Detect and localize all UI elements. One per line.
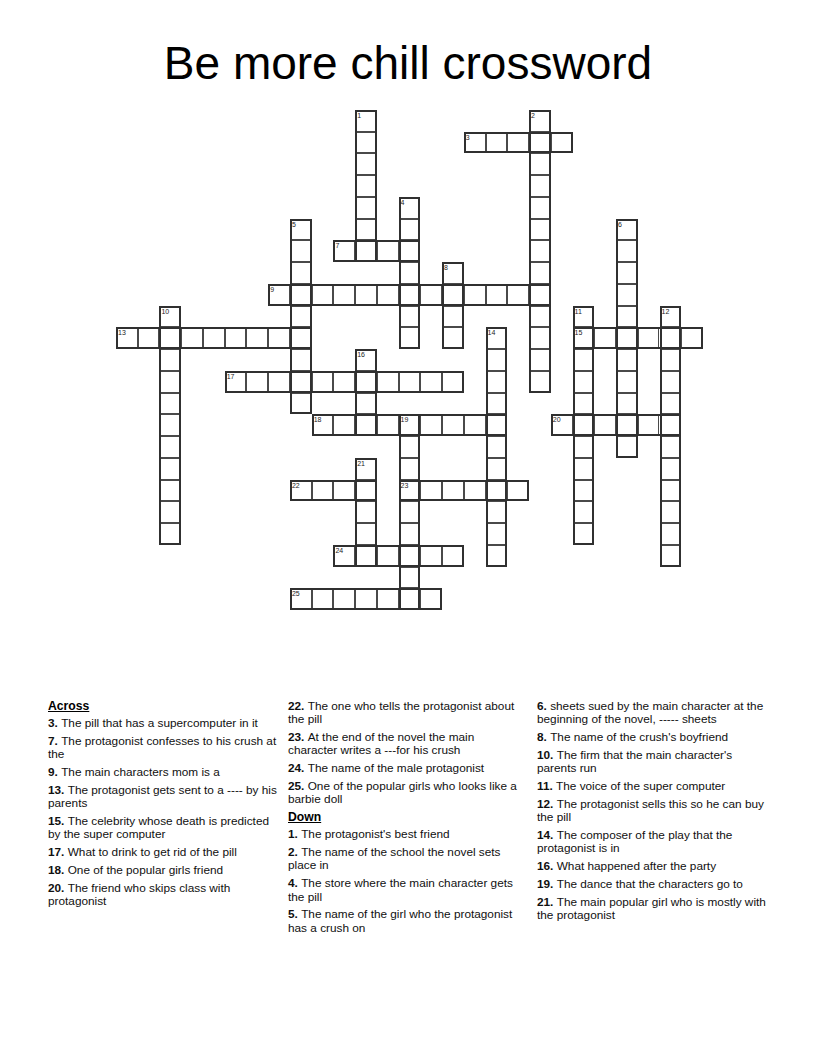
grid-cell[interactable] [399, 371, 421, 393]
grid-cell[interactable] [616, 284, 638, 306]
grid-cell[interactable] [551, 132, 573, 154]
grid-cell[interactable] [486, 284, 508, 306]
grid-cell[interactable] [399, 501, 421, 523]
clue-across-13: 13. The protagonist gets sent to a ---- … [48, 784, 278, 811]
grid-cell[interactable] [355, 284, 377, 306]
grid-cell[interactable] [442, 327, 464, 349]
grid-cell[interactable] [290, 371, 312, 393]
grid-cell[interactable] [616, 327, 638, 349]
grid-cell[interactable] [529, 284, 551, 306]
grid-cell[interactable] [420, 480, 442, 502]
grid-cell[interactable] [355, 175, 377, 197]
clue-down-8: 8. The name of the crush's boyfriend [537, 731, 767, 744]
clue-down-4: 4. The store where the main character ge… [288, 877, 518, 904]
grid-cell[interactable] [290, 349, 312, 371]
clue-column-3: 6. sheets sued by the main character at … [537, 700, 767, 927]
grid-cell[interactable] [399, 327, 421, 349]
grid-cell[interactable] [660, 545, 682, 567]
grid-cell[interactable] [399, 306, 421, 328]
grid-cell[interactable] [616, 436, 638, 458]
clue-across-22: 22. The one who tells the protagonist ab… [288, 700, 518, 727]
grid-cell[interactable] [529, 153, 551, 175]
grid-cell[interactable] [507, 480, 529, 502]
clue-number-label: 20. [48, 881, 68, 895]
grid-cell[interactable] [442, 371, 464, 393]
grid-cell[interactable] [420, 414, 442, 436]
grid-cell[interactable] [573, 501, 595, 523]
grid-cell[interactable] [573, 436, 595, 458]
grid-cell[interactable] [355, 414, 377, 436]
grid-cell[interactable] [660, 414, 682, 436]
grid-cell[interactable] [486, 436, 508, 458]
clue-column-1: Across3. The pill that has a supercomput… [48, 700, 278, 913]
grid-cell[interactable] [573, 458, 595, 480]
grid-cell[interactable] [159, 436, 181, 458]
grid-cell[interactable] [594, 414, 616, 436]
grid-cell[interactable] [246, 371, 268, 393]
grid-cell[interactable] [660, 501, 682, 523]
cell-number-4: 4 [401, 199, 405, 206]
grid-cell[interactable] [442, 284, 464, 306]
grid-cell[interactable] [529, 219, 551, 241]
clue-down-16: 16. What happened after the party [537, 860, 767, 873]
grid-cell[interactable] [290, 284, 312, 306]
grid-cell[interactable] [507, 284, 529, 306]
clue-number-label: 15. [48, 814, 68, 828]
clue-down-12: 12. The protagonist sells this so he can… [537, 798, 767, 825]
grid-cell[interactable] [529, 371, 551, 393]
clue-number-label: 3. [48, 716, 61, 730]
grid-cell[interactable] [573, 349, 595, 371]
grid-cell[interactable] [442, 414, 464, 436]
cell-number-8: 8 [444, 264, 448, 271]
grid-cell[interactable] [616, 349, 638, 371]
grid-cell[interactable] [355, 371, 377, 393]
grid-cell[interactable] [355, 480, 377, 502]
clue-number-label: 5. [288, 907, 301, 921]
cell-number-13: 13 [118, 329, 126, 336]
clue-across-9: 9. The main characters mom is a [48, 766, 278, 779]
grid-cell[interactable] [290, 240, 312, 262]
grid-cell[interactable] [312, 480, 334, 502]
grid-cell[interactable] [486, 480, 508, 502]
grid-cell[interactable] [616, 306, 638, 328]
grid-cell[interactable] [573, 480, 595, 502]
clue-across-23: 23. At the end of the novel the main cha… [288, 731, 518, 758]
grid-cell[interactable] [486, 545, 508, 567]
cell-number-2: 2 [531, 112, 535, 119]
clue-number-label: 18. [48, 863, 68, 877]
clue-down-5: 5. The name of the girl who the protagon… [288, 908, 518, 935]
cell-number-15: 15 [575, 329, 583, 336]
grid-cell[interactable] [660, 349, 682, 371]
cell-number-19: 19 [401, 416, 409, 423]
grid-cell[interactable] [333, 371, 355, 393]
grid-cell[interactable] [290, 393, 312, 415]
grid-cell[interactable] [573, 414, 595, 436]
clue-down-10: 10. The firm that the main character's p… [537, 749, 767, 776]
clue-number-label: 13. [48, 783, 68, 797]
grid-cell[interactable] [420, 371, 442, 393]
grid-cell[interactable] [616, 371, 638, 393]
grid-cell[interactable] [464, 480, 486, 502]
grid-cell[interactable] [529, 327, 551, 349]
grid-cell[interactable] [333, 588, 355, 610]
grid-cell[interactable] [573, 393, 595, 415]
grid-cell[interactable] [355, 523, 377, 545]
grid-cell[interactable] [529, 175, 551, 197]
clue-down-19: 19. The dance that the characters go to [537, 878, 767, 891]
grid-cell[interactable] [333, 284, 355, 306]
grid-cell[interactable] [355, 545, 377, 567]
grid-cell[interactable] [616, 393, 638, 415]
cell-number-14: 14 [488, 329, 496, 336]
cell-number-1: 1 [357, 112, 361, 119]
grid-cell[interactable] [529, 132, 551, 154]
cell-number-24: 24 [335, 547, 343, 554]
cell-number-20: 20 [553, 416, 561, 423]
clue-number-label: 7. [48, 734, 61, 748]
clue-across-15: 15. The celebrity whose death is predict… [48, 815, 278, 842]
grid-cell[interactable] [225, 327, 247, 349]
grid-cell[interactable] [529, 262, 551, 284]
grid-cell[interactable] [399, 588, 421, 610]
grid-cell[interactable] [486, 523, 508, 545]
grid-cell[interactable] [312, 284, 334, 306]
grid-cell[interactable] [312, 371, 334, 393]
clue-number-label: 11. [537, 779, 556, 793]
grid-cell[interactable] [355, 219, 377, 241]
clue-across-7: 7. The protagonist confesses to his crus… [48, 735, 278, 762]
grid-cell[interactable] [399, 458, 421, 480]
grid-cell[interactable] [399, 219, 421, 241]
grid-cell[interactable] [486, 414, 508, 436]
cell-number-25: 25 [292, 590, 300, 597]
grid-cell[interactable] [333, 414, 355, 436]
grid-cell[interactable] [486, 458, 508, 480]
clue-number-label: 22. [288, 699, 308, 713]
grid-cell[interactable] [660, 480, 682, 502]
clue-across-25: 25. One of the popular girls who looks l… [288, 780, 518, 807]
clue-column-2: 22. The one who tells the protagonist ab… [288, 700, 518, 939]
cell-number-9: 9 [270, 286, 274, 293]
grid-cell[interactable] [681, 327, 703, 349]
grid-cell[interactable] [203, 327, 225, 349]
grid-cell[interactable] [507, 132, 529, 154]
cell-number-10: 10 [161, 308, 169, 315]
grid-cell[interactable] [442, 480, 464, 502]
grid-cell[interactable] [660, 523, 682, 545]
grid-cell[interactable] [268, 327, 290, 349]
clue-number-label: 8. [537, 730, 550, 744]
grid-cell[interactable] [399, 284, 421, 306]
cell-number-12: 12 [662, 308, 670, 315]
clue-number-label: 21. [537, 895, 557, 909]
grid-cell[interactable] [355, 588, 377, 610]
cell-number-6: 6 [618, 221, 622, 228]
grid-cell[interactable] [420, 284, 442, 306]
page-title: Be more chill crossword [0, 36, 816, 90]
grid-cell[interactable] [159, 458, 181, 480]
clue-down-11: 11. The voice of the super computer [537, 780, 767, 793]
grid-cell[interactable] [529, 197, 551, 219]
grid-cell[interactable] [638, 414, 660, 436]
grid-cell[interactable] [355, 132, 377, 154]
grid-cell[interactable] [290, 306, 312, 328]
grid-cell[interactable] [181, 327, 203, 349]
grid-cell[interactable] [442, 306, 464, 328]
grid-cell[interactable] [159, 414, 181, 436]
clue-section-header-across: Across [48, 700, 278, 713]
clue-number-label: 12. [537, 797, 557, 811]
grid-cell[interactable] [464, 284, 486, 306]
grid-cell[interactable] [290, 327, 312, 349]
grid-cell[interactable] [529, 306, 551, 328]
clue-number-label: 14. [537, 828, 557, 842]
grid-cell[interactable] [399, 523, 421, 545]
grid-cell[interactable] [312, 588, 334, 610]
cell-number-18: 18 [314, 416, 322, 423]
grid-cell[interactable] [268, 371, 290, 393]
grid-cell[interactable] [377, 284, 399, 306]
cell-number-17: 17 [227, 373, 235, 380]
crossword-grid: 1234567891011121314151617181920212223242… [116, 110, 704, 611]
grid-cell[interactable] [616, 414, 638, 436]
grid-cell[interactable] [420, 588, 442, 610]
clue-number-label: 19. [537, 877, 557, 891]
cell-number-16: 16 [357, 351, 365, 358]
grid-cell[interactable] [486, 349, 508, 371]
clue-across-20: 20. The friend who skips class with prot… [48, 882, 278, 909]
grid-cell[interactable] [377, 371, 399, 393]
grid-cell[interactable] [442, 545, 464, 567]
grid-cell[interactable] [486, 371, 508, 393]
grid-cell[interactable] [399, 436, 421, 458]
cell-number-5: 5 [292, 221, 296, 228]
grid-cell[interactable] [159, 523, 181, 545]
clue-number-label: 16. [537, 859, 557, 873]
clue-number-label: 9. [48, 765, 61, 779]
clue-down-6: 6. sheets sued by the main character at … [537, 700, 767, 727]
grid-cell[interactable] [594, 327, 616, 349]
grid-cell[interactable] [660, 393, 682, 415]
clue-down-2: 2. The name of the school the novel sets… [288, 846, 518, 873]
grid-cell[interactable] [529, 240, 551, 262]
clue-number-label: 2. [288, 845, 301, 859]
cell-number-22: 22 [292, 482, 300, 489]
grid-cell[interactable] [377, 588, 399, 610]
grid-cell[interactable] [159, 480, 181, 502]
grid-cell[interactable] [529, 349, 551, 371]
grid-cell[interactable] [616, 262, 638, 284]
grid-cell[interactable] [420, 545, 442, 567]
cell-number-7: 7 [335, 242, 339, 249]
clue-number-label: 23. [288, 730, 308, 744]
clue-number-label: 10. [537, 748, 557, 762]
page: Be more chill crossword 1234567891011121… [0, 0, 816, 1056]
grid-cell[interactable] [246, 327, 268, 349]
grid-cell[interactable] [660, 327, 682, 349]
grid-cell[interactable] [660, 458, 682, 480]
cell-number-11: 11 [575, 308, 582, 315]
clue-across-18: 18. One of the popular girls friend [48, 864, 278, 877]
grid-cell[interactable] [377, 414, 399, 436]
grid-cell[interactable] [399, 545, 421, 567]
clue-number-label: 4. [288, 876, 301, 890]
grid-cell[interactable] [464, 414, 486, 436]
clue-down-14: 14. The composer of the play that the pr… [537, 829, 767, 856]
clue-down-1: 1. The protagonist's best friend [288, 828, 518, 841]
grid-cell[interactable] [159, 349, 181, 371]
grid-cell[interactable] [333, 480, 355, 502]
grid-cell[interactable] [399, 567, 421, 589]
grid-cell[interactable] [399, 240, 421, 262]
grid-cell[interactable] [486, 393, 508, 415]
grid-cell[interactable] [377, 240, 399, 262]
grid-cell[interactable] [159, 501, 181, 523]
grid-cell[interactable] [660, 436, 682, 458]
grid-cell[interactable] [573, 371, 595, 393]
clue-across-17: 17. What to drink to get rid of the pill [48, 846, 278, 859]
cell-number-21: 21 [357, 460, 365, 467]
clue-number-label: 1. [288, 827, 301, 841]
grid-cell[interactable] [616, 240, 638, 262]
grid-cell[interactable] [486, 501, 508, 523]
clue-number-label: 17. [48, 845, 68, 859]
grid-cell[interactable] [573, 523, 595, 545]
grid-cell[interactable] [486, 132, 508, 154]
clue-number-label: 6. [537, 699, 550, 713]
grid-cell[interactable] [660, 371, 682, 393]
clue-section-header-down: Down [288, 811, 518, 824]
grid-cell[interactable] [355, 240, 377, 262]
grid-cell[interactable] [355, 153, 377, 175]
grid-cell[interactable] [377, 545, 399, 567]
grid-cell[interactable] [355, 197, 377, 219]
grid-cell[interactable] [159, 327, 181, 349]
grid-cell[interactable] [159, 371, 181, 393]
grid-cell[interactable] [159, 393, 181, 415]
grid-cell[interactable] [290, 262, 312, 284]
clue-number-label: 25. [288, 779, 308, 793]
clue-down-21: 21. The main popular girl who is mostly … [537, 896, 767, 923]
cell-number-3: 3 [466, 134, 470, 141]
clue-across-24: 24. The name of the male protagonist [288, 762, 518, 775]
grid-cell[interactable] [399, 262, 421, 284]
grid-cell[interactable] [355, 393, 377, 415]
grid-cell[interactable] [638, 327, 660, 349]
cell-number-23: 23 [401, 482, 409, 489]
grid-cell[interactable] [138, 327, 160, 349]
grid-cell[interactable] [355, 501, 377, 523]
clue-across-3: 3. The pill that has a supercomputer in … [48, 717, 278, 730]
clue-number-label: 24. [288, 761, 308, 775]
